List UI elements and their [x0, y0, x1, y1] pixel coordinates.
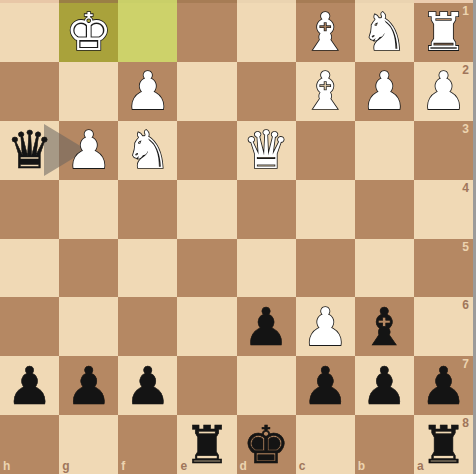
piece-black-queen[interactable]: ♛ [0, 121, 59, 180]
square-b2[interactable]: ♟ [355, 62, 414, 121]
piece-black-pawn[interactable]: ♟ [296, 356, 355, 415]
piece-black-rook[interactable]: ♜ [177, 415, 236, 474]
top-edge-cell [177, 0, 236, 3]
file-label-f: f [121, 460, 125, 472]
square-c3[interactable] [296, 121, 355, 180]
square-d4[interactable] [237, 180, 296, 239]
square-b1[interactable]: ♞ [355, 3, 414, 62]
square-f5[interactable] [118, 239, 177, 298]
square-h8[interactable]: h [0, 415, 59, 474]
square-a6[interactable]: 6 [414, 297, 473, 356]
square-g3[interactable]: ♟ [59, 121, 118, 180]
square-g7[interactable]: ♟ [59, 356, 118, 415]
square-h4[interactable] [0, 180, 59, 239]
piece-black-pawn[interactable]: ♟ [0, 356, 59, 415]
square-d6[interactable]: ♟ [237, 297, 296, 356]
square-f3[interactable]: ♞ [118, 121, 177, 180]
square-c2[interactable]: ♝ [296, 62, 355, 121]
square-f6[interactable] [118, 297, 177, 356]
square-e6[interactable] [177, 297, 236, 356]
top-edge-cell [118, 0, 177, 3]
top-edge-cell [59, 0, 118, 3]
piece-black-king[interactable]: ♚ [237, 415, 296, 474]
piece-white-pawn[interactable]: ♟ [414, 62, 473, 121]
piece-black-pawn[interactable]: ♟ [59, 356, 118, 415]
square-d8[interactable]: ♚d [237, 415, 296, 474]
square-e3[interactable] [177, 121, 236, 180]
square-a8[interactable]: ♜a8 [414, 415, 473, 474]
square-b3[interactable] [355, 121, 414, 180]
square-h1[interactable] [0, 3, 59, 62]
square-c1[interactable]: ♝ [296, 3, 355, 62]
piece-white-pawn[interactable]: ♟ [296, 297, 355, 356]
top-edge-cell [296, 0, 355, 3]
square-b5[interactable] [355, 239, 414, 298]
top-edge-cell [414, 0, 473, 3]
piece-black-pawn[interactable]: ♟ [414, 356, 473, 415]
piece-white-knight[interactable]: ♞ [355, 3, 414, 62]
square-e5[interactable] [177, 239, 236, 298]
piece-white-bishop[interactable]: ♝ [296, 3, 355, 62]
piece-black-pawn[interactable]: ♟ [237, 297, 296, 356]
square-g4[interactable] [59, 180, 118, 239]
square-a3[interactable]: 3 [414, 121, 473, 180]
square-d3[interactable]: ♛ [237, 121, 296, 180]
square-f4[interactable] [118, 180, 177, 239]
square-h6[interactable] [0, 297, 59, 356]
piece-black-rook[interactable]: ♜ [414, 415, 473, 474]
piece-white-queen[interactable]: ♛ [237, 121, 296, 180]
top-edge-cell [237, 0, 296, 3]
square-a7[interactable]: ♟7 [414, 356, 473, 415]
square-e1[interactable] [177, 3, 236, 62]
piece-black-bishop[interactable]: ♝ [355, 297, 414, 356]
square-b8[interactable]: b [355, 415, 414, 474]
square-e8[interactable]: ♜e [177, 415, 236, 474]
square-b6[interactable]: ♝ [355, 297, 414, 356]
square-d5[interactable] [237, 239, 296, 298]
square-g5[interactable] [59, 239, 118, 298]
square-g8[interactable]: g [59, 415, 118, 474]
file-label-g: g [62, 460, 69, 472]
square-e7[interactable] [177, 356, 236, 415]
square-b4[interactable] [355, 180, 414, 239]
square-f1[interactable] [118, 3, 177, 62]
square-a5[interactable]: 5 [414, 239, 473, 298]
square-a1[interactable]: ♜1 [414, 3, 473, 62]
chess-board[interactable]: ♚♝♞♜1♟♝♟♟2♛♟♞♛345♟♟♝6♟♟♟♟♟♟7hgf♜e♚dcb♜a8 [0, 3, 473, 474]
square-h5[interactable] [0, 239, 59, 298]
piece-white-bishop[interactable]: ♝ [296, 62, 355, 121]
piece-black-pawn[interactable]: ♟ [118, 356, 177, 415]
square-c8[interactable]: c [296, 415, 355, 474]
square-d2[interactable] [237, 62, 296, 121]
piece-black-pawn[interactable]: ♟ [355, 356, 414, 415]
file-label-b: b [358, 460, 365, 472]
rank-label-3: 3 [462, 123, 469, 135]
square-h3[interactable]: ♛ [0, 121, 59, 180]
square-a2[interactable]: ♟2 [414, 62, 473, 121]
square-f2[interactable]: ♟ [118, 62, 177, 121]
square-c5[interactable] [296, 239, 355, 298]
file-label-h: h [3, 460, 10, 472]
top-edge-cell [0, 0, 59, 3]
square-a4[interactable]: 4 [414, 180, 473, 239]
square-b7[interactable]: ♟ [355, 356, 414, 415]
rank-label-5: 5 [462, 241, 469, 253]
square-g1[interactable]: ♚ [59, 3, 118, 62]
square-c4[interactable] [296, 180, 355, 239]
square-e4[interactable] [177, 180, 236, 239]
square-d7[interactable] [237, 356, 296, 415]
piece-white-king[interactable]: ♚ [59, 3, 118, 62]
square-g2[interactable] [59, 62, 118, 121]
square-h2[interactable] [0, 62, 59, 121]
piece-white-rook[interactable]: ♜ [414, 3, 473, 62]
top-edge-strip [0, 0, 473, 3]
square-h7[interactable]: ♟ [0, 356, 59, 415]
square-c7[interactable]: ♟ [296, 356, 355, 415]
piece-white-knight[interactable]: ♞ [118, 121, 177, 180]
square-g6[interactable] [59, 297, 118, 356]
square-f8[interactable]: f [118, 415, 177, 474]
rank-label-4: 4 [462, 182, 469, 194]
square-e2[interactable] [177, 62, 236, 121]
rank-label-6: 6 [462, 299, 469, 311]
square-f7[interactable]: ♟ [118, 356, 177, 415]
piece-white-pawn[interactable]: ♟ [59, 121, 118, 180]
square-d1[interactable] [237, 3, 296, 62]
piece-white-pawn[interactable]: ♟ [118, 62, 177, 121]
square-c6[interactable]: ♟ [296, 297, 355, 356]
piece-white-pawn[interactable]: ♟ [355, 62, 414, 121]
file-label-c: c [299, 460, 306, 472]
top-edge-cell [355, 0, 414, 3]
